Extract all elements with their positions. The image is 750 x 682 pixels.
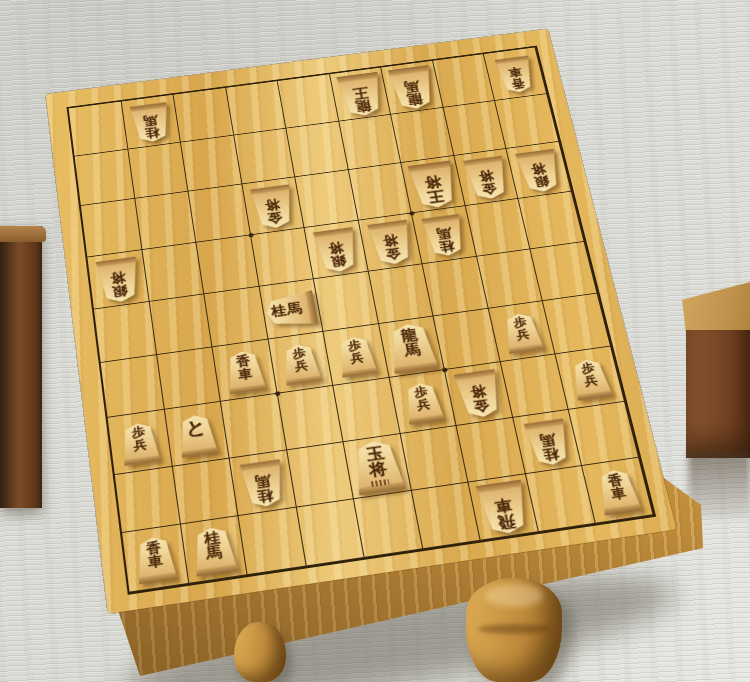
piece-kanji: 車 (610, 486, 628, 502)
shogi-piece-pawn[interactable]: 歩兵 (500, 311, 544, 354)
board-cell (251, 228, 314, 287)
piece-body: 玉将 (349, 438, 406, 495)
shogi-piece-gold[interactable]: 金将 (453, 369, 505, 420)
board-cell (278, 74, 339, 128)
piece-body: 歩兵 (335, 335, 378, 378)
piece-body: 桂馬 (265, 290, 319, 331)
board-cell (189, 185, 251, 243)
board-cell (334, 378, 401, 442)
board-leg-left (234, 622, 286, 682)
shogi-piece-silver[interactable]: 銀将 (95, 256, 142, 304)
board-cell (239, 507, 307, 575)
piece-body: 金将 (453, 369, 505, 420)
piece-body: 王将 (407, 160, 461, 210)
piece-kanji: 将 (423, 173, 442, 189)
board-cell: と (164, 402, 229, 466)
shogi-piece-pawn[interactable]: 歩兵 (401, 381, 445, 425)
piece-body: 桂馬 (421, 213, 468, 258)
board-cell (531, 242, 598, 301)
piece-kanji: 将 (470, 384, 488, 400)
board-cell: 桂馬 (121, 95, 181, 150)
piece-kanji: 馬 (206, 545, 224, 562)
piece-kanji: 兵 (294, 359, 309, 373)
board-cell (204, 287, 268, 348)
shogi-piece-lance[interactable]: 香車 (594, 467, 642, 515)
shogi-piece-knight[interactable]: 桂馬 (239, 459, 288, 509)
board-cell (157, 347, 221, 410)
shogi-piece-knight[interactable]: 桂馬 (523, 418, 574, 467)
piece-body: 桂馬 (523, 418, 574, 467)
piece-body: 金将 (462, 155, 511, 201)
piece-kanji: 将 (328, 240, 345, 255)
shogi-piece-promoted-bishop[interactable]: 龍馬 (385, 321, 439, 374)
board-cell (142, 242, 204, 301)
shogi-piece-knight[interactable]: 桂馬 (268, 287, 315, 333)
maker-signature (371, 479, 390, 487)
shogi-piece-lance[interactable]: 香車 (223, 349, 267, 395)
board-cell (135, 192, 197, 250)
board-cell (75, 150, 135, 207)
piece-kanji: 兵 (416, 398, 432, 412)
shogi-piece-gold[interactable]: 金将 (366, 219, 415, 267)
piece-body: と (176, 413, 219, 458)
piece-body: 香車 (223, 349, 267, 395)
board-cell (174, 88, 234, 143)
piece-kanji: 馬 (403, 342, 422, 359)
board-cell: 香車 (583, 457, 654, 523)
board-cell: 桂馬 (230, 450, 297, 516)
board-cell (115, 466, 181, 532)
board-cell: 歩兵 (268, 332, 333, 394)
piece-body: 桂馬 (239, 459, 288, 509)
board-cell (172, 458, 238, 524)
piece-kanji: 馬 (403, 79, 421, 94)
piece-body: 飛車 (475, 479, 532, 536)
piece-body: 香車 (594, 467, 642, 515)
shogi-piece-gold[interactable]: 金将 (250, 184, 298, 231)
board-cell (128, 143, 189, 199)
piece-kanji: 車 (507, 66, 523, 79)
board-cell (149, 294, 212, 355)
piece-body: 香車 (133, 535, 178, 585)
board-leg-right (466, 578, 562, 682)
piece-body: 桂馬 (190, 525, 239, 577)
shogi-piece-knight[interactable]: 桂馬 (421, 213, 468, 258)
shogi-piece-promoted-bishop[interactable]: 龍馬 (387, 65, 438, 112)
board-cell: 桂馬 (180, 516, 247, 584)
shogi-piece-pawn[interactable]: 歩兵 (119, 421, 161, 466)
piece-kanji: 将 (477, 168, 494, 182)
shogi-piece-pawn[interactable]: 歩兵 (335, 335, 378, 378)
board-cell: 桂馬 (259, 279, 323, 340)
piece-kanji: 将 (265, 197, 282, 212)
board-cell (94, 302, 157, 363)
piece-stand-right-front (686, 330, 750, 458)
shogi-piece-lance[interactable]: 香車 (495, 55, 538, 94)
piece-kanji: 車 (147, 554, 164, 570)
piece-kanji: 香 (510, 77, 526, 90)
piece-body: 歩兵 (500, 311, 544, 354)
piece-kanji: 馬 (538, 431, 556, 447)
piece-kanji: 車 (237, 367, 253, 382)
shogi-piece-knight[interactable]: 桂馬 (129, 102, 172, 144)
piece-body: 銀将 (515, 148, 565, 194)
shogi-piece-silver[interactable]: 銀将 (312, 226, 361, 274)
shogi-piece-king[interactable]: 王将 (407, 160, 461, 210)
piece-kanji: と (184, 418, 208, 440)
board-cell (181, 136, 242, 192)
board-cell (519, 191, 585, 249)
shogi-piece-promoted-rook[interactable]: 龍王 (335, 72, 385, 119)
board-cell: 銀将 (507, 142, 572, 198)
board-cell (226, 81, 287, 136)
piece-kanji: 桂 (271, 304, 288, 319)
board-cell (569, 401, 639, 465)
piece-kanji: 兵 (583, 374, 599, 388)
piece-body: 歩兵 (280, 342, 323, 386)
shogi-piece-pawn[interactable]: 歩兵 (568, 357, 613, 401)
piece-kanji: 将 (382, 233, 399, 248)
board-cell (196, 235, 259, 294)
board-cell: 龍王 (330, 67, 392, 121)
piece-body: 歩兵 (119, 421, 161, 466)
shogi-piece-rook[interactable]: 飛車 (475, 479, 532, 536)
board-cell: 銀将 (305, 220, 369, 279)
board-cell: 香車 (213, 340, 278, 402)
piece-kanji: 馬 (143, 113, 159, 127)
board-cell (234, 129, 296, 185)
board-cell (287, 442, 354, 508)
piece-body: 歩兵 (401, 381, 445, 425)
piece-kanji: 馬 (435, 225, 452, 240)
board-cell (543, 293, 611, 354)
board-cell: 歩兵 (108, 410, 173, 475)
piece-body: 龍馬 (387, 65, 438, 112)
board-cell (81, 199, 142, 257)
piece-kanji: 馬 (254, 472, 272, 489)
shogi-piece-king[interactable]: 玉将 (349, 438, 406, 495)
piece-kanji: 兵 (515, 328, 531, 341)
piece-body: 香車 (495, 55, 538, 94)
piece-kanji: 将 (368, 461, 389, 480)
piece-kanji: 車 (493, 496, 513, 514)
shogi-piece-knight[interactable]: 桂馬 (190, 525, 239, 577)
board-cell: 香車 (484, 47, 547, 101)
board-cell: 香車 (122, 524, 189, 592)
piece-body: 金将 (366, 219, 415, 267)
shogi-piece-silver[interactable]: 銀将 (515, 148, 565, 194)
piece-kanji: 兵 (133, 438, 148, 452)
piece-body: 金将 (250, 184, 298, 231)
piece-body: 銀将 (312, 226, 361, 274)
piece-body: 歩兵 (568, 357, 613, 401)
shogi-piece-pawn[interactable]: 歩兵 (280, 342, 323, 386)
board-cell (296, 170, 359, 227)
board-cell: 銀将 (87, 250, 149, 310)
board-cell (296, 499, 364, 566)
shogi-piece-tokin[interactable]: と (176, 413, 219, 458)
board-cell (277, 386, 343, 450)
piece-kanji: 王 (351, 85, 369, 100)
board-cell (495, 94, 559, 149)
side-table-left-top (0, 226, 46, 242)
board-cell (287, 122, 349, 178)
shogi-piece-gold[interactable]: 金将 (462, 155, 511, 201)
piece-body: 銀将 (95, 256, 142, 304)
piece-kanji: 兵 (349, 351, 364, 365)
piece-body: 桂馬 (129, 102, 172, 144)
board-grid: 桂馬龍王龍馬香車金将王将金将銀将銀将銀将金将桂馬桂馬香車歩兵歩兵龍馬歩兵歩兵と歩… (67, 46, 657, 595)
board-cell (69, 102, 128, 157)
board-cell: 歩兵 (324, 324, 390, 386)
piece-kanji: 馬 (286, 302, 303, 317)
piece-body: 龍馬 (385, 321, 439, 374)
board-cell (314, 271, 379, 331)
side-table-left (0, 226, 42, 508)
board-cell (101, 355, 165, 418)
board-cell (221, 394, 287, 458)
shogi-piece-lance[interactable]: 香車 (133, 535, 178, 585)
board-cell: 金将 (242, 177, 304, 234)
piece-kanji: 将 (530, 161, 547, 175)
piece-body: 龍王 (335, 72, 385, 119)
piece-kanji: 将 (110, 270, 127, 285)
board-cell: 歩兵 (556, 347, 625, 410)
